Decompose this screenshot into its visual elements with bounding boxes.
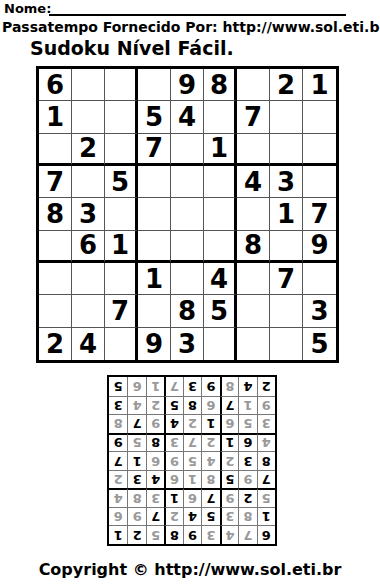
puzzle-cell-empty[interactable] — [138, 69, 171, 101]
solution-cell-given: 7 — [109, 451, 127, 470]
solution-cell-given: 4 — [183, 507, 201, 526]
puzzle-cell-given: 3 — [171, 328, 204, 360]
solution-cell-given: 3 — [109, 396, 127, 415]
solution-cell-given: 6 — [238, 433, 256, 452]
puzzle-cell-given: 2 — [72, 134, 105, 166]
sudoku-solution-grid-rotated: 6743985211835427965297613847958164328324… — [107, 375, 277, 546]
solution-cell-solved: 6 — [201, 396, 219, 415]
puzzle-cell-empty[interactable] — [72, 295, 105, 327]
puzzle-cell-empty[interactable] — [303, 101, 336, 133]
puzzle-cell-given: 6 — [72, 231, 105, 263]
solution-cell-solved: 6 — [127, 377, 145, 396]
solution-cell-given: 7 — [257, 470, 275, 489]
puzzle-cell-empty[interactable] — [72, 166, 105, 198]
solution-cell-given: 3 — [127, 470, 145, 489]
solution-cell-solved: 6 — [109, 507, 127, 526]
solution-cell-solved: 1 — [183, 470, 201, 489]
puzzle-cell-empty[interactable] — [171, 198, 204, 230]
solution-cell-solved: 2 — [201, 433, 219, 452]
solution-cell-given: 8 — [146, 433, 164, 452]
solution-cell-solved: 9 — [127, 507, 145, 526]
puzzle-cell-empty[interactable] — [270, 134, 303, 166]
solution-cell-given: 3 — [183, 377, 201, 396]
puzzle-cell-given: 5 — [303, 328, 336, 360]
solution-cell-solved: 1 — [146, 377, 164, 396]
solution-cell-given: 7 — [220, 396, 238, 415]
puzzle-cell-given: 7 — [270, 263, 303, 295]
solution-cell-solved: 9 — [146, 414, 164, 433]
puzzle-cell-empty[interactable] — [138, 166, 171, 198]
puzzle-cell-empty[interactable] — [303, 134, 336, 166]
solution-cell-given: 9 — [183, 525, 201, 544]
solution-cell-solved: 2 — [220, 451, 238, 470]
puzzle-cell-empty[interactable] — [171, 231, 204, 263]
solution-cell-given: 9 — [201, 377, 219, 396]
puzzle-cell-empty[interactable] — [39, 231, 72, 263]
puzzle-cell-given: 3 — [270, 166, 303, 198]
solution-cell-given: 9 — [109, 433, 127, 452]
puzzle-cell-empty[interactable] — [105, 134, 138, 166]
solution-cell-solved: 7 — [183, 433, 201, 452]
puzzle-cell-given: 7 — [237, 101, 270, 133]
solution-cell-solved: 3 — [201, 525, 219, 544]
name-blank-line — [49, 14, 346, 16]
puzzle-cell-given: 4 — [204, 263, 237, 295]
puzzle-cell-empty[interactable] — [237, 69, 270, 101]
puzzle-cell-given: 7 — [303, 198, 336, 230]
solution-cell-given: 2 — [127, 525, 145, 544]
solution-cell-given: 1 — [257, 507, 275, 526]
puzzle-cell-empty[interactable] — [105, 101, 138, 133]
solution-cell-given: 4 — [146, 470, 164, 489]
puzzle-cell-given: 7 — [138, 134, 171, 166]
solution-cell-given: 8 — [164, 525, 182, 544]
solution-cell-solved: 4 — [220, 525, 238, 544]
page-title: Sudoku Nível Fácil. — [30, 37, 234, 59]
puzzle-cell-given: 1 — [204, 134, 237, 166]
puzzle-cell-empty[interactable] — [237, 295, 270, 327]
solution-cell-given: 8 — [183, 396, 201, 415]
puzzle-cell-given: 2 — [39, 328, 72, 360]
puzzle-cell-given: 9 — [171, 69, 204, 101]
puzzle-cell-empty[interactable] — [39, 263, 72, 295]
solution-cell-solved: 2 — [146, 396, 164, 415]
solution-cell-solved: 3 — [257, 414, 275, 433]
solution-cell-solved: 3 — [220, 507, 238, 526]
solution-cell-solved: 7 — [164, 377, 182, 396]
puzzle-cell-given: 8 — [39, 198, 72, 230]
solution-cell-solved: 8 — [201, 470, 219, 489]
puzzle-cell-given: 1 — [138, 263, 171, 295]
puzzle-cell-empty[interactable] — [72, 263, 105, 295]
puzzle-cell-empty[interactable] — [204, 166, 237, 198]
solution-cell-solved: 6 — [146, 451, 164, 470]
puzzle-cell-given: 5 — [138, 101, 171, 133]
puzzle-cell-empty[interactable] — [105, 328, 138, 360]
solution-cell-solved: 4 — [109, 488, 127, 507]
sudoku-puzzle-grid: 698211547271754383176189147785324935 — [36, 66, 339, 363]
solution-cell-given: 2 — [238, 488, 256, 507]
puzzle-cell-empty[interactable] — [204, 328, 237, 360]
solution-cell-solved: 4 — [127, 396, 145, 415]
puzzle-cell-empty[interactable] — [171, 166, 204, 198]
solution-cell-given: 5 — [201, 507, 219, 526]
puzzle-cell-given: 1 — [303, 69, 336, 101]
solution-cell-solved: 7 — [238, 525, 256, 544]
puzzle-cell-given: 9 — [138, 328, 171, 360]
solution-cell-solved: 5 — [257, 488, 275, 507]
solution-cell-solved: 8 — [109, 414, 127, 433]
puzzle-cell-empty[interactable] — [303, 166, 336, 198]
solution-cell-solved: 9 — [257, 396, 275, 415]
solution-cell-solved: 8 — [220, 377, 238, 396]
puzzle-cell-empty[interactable] — [237, 263, 270, 295]
puzzle-cell-given: 3 — [303, 295, 336, 327]
puzzle-cell-empty[interactable] — [138, 198, 171, 230]
solution-cell-given: 5 — [109, 377, 127, 396]
puzzle-cell-empty[interactable] — [270, 328, 303, 360]
solution-cell-solved: 2 — [164, 507, 182, 526]
solution-cell-solved: 5 — [183, 451, 201, 470]
puzzle-cell-empty[interactable] — [270, 231, 303, 263]
solution-cell-given: 7 — [201, 488, 219, 507]
puzzle-cell-empty[interactable] — [204, 198, 237, 230]
puzzle-cell-empty[interactable] — [138, 231, 171, 263]
solution-cell-solved: 8 — [238, 507, 256, 526]
solution-cell-given: 4 — [238, 377, 256, 396]
name-label: Nome: — [4, 1, 51, 16]
puzzle-cell-given: 1 — [105, 231, 138, 263]
puzzle-cell-empty[interactable] — [237, 328, 270, 360]
copyright-text: Copyright © http://www.sol.eti.br — [0, 560, 380, 579]
solution-cell-given: 1 — [201, 414, 219, 433]
solution-cell-solved: 1 — [238, 396, 256, 415]
solution-cell-solved: 4 — [257, 433, 275, 452]
solution-cell-given: 6 — [257, 525, 275, 544]
puzzle-cell-given: 7 — [39, 166, 72, 198]
solution-cell-given: 1 — [164, 488, 182, 507]
solution-cell-solved: 5 — [146, 525, 164, 544]
puzzle-cell-empty[interactable] — [39, 134, 72, 166]
puzzle-cell-empty[interactable] — [138, 295, 171, 327]
solution-cell-given: 2 — [257, 377, 275, 396]
solution-cell-given: 1 — [220, 433, 238, 452]
solution-cell-given: 5 — [164, 396, 182, 415]
puzzle-cell-empty[interactable] — [237, 134, 270, 166]
solution-cell-given: 1 — [127, 451, 145, 470]
solution-cell-given: 1 — [109, 525, 127, 544]
solution-cell-solved: 2 — [109, 470, 127, 489]
puzzle-cell-empty[interactable] — [270, 295, 303, 327]
puzzle-cell-given: 5 — [204, 295, 237, 327]
solution-cell-solved: 5 — [238, 414, 256, 433]
solution-cell-given: 5 — [220, 470, 238, 489]
solution-cell-given: 8 — [257, 451, 275, 470]
solution-cell-solved: 9 — [238, 470, 256, 489]
puzzle-cell-empty[interactable] — [237, 198, 270, 230]
sudoku-worksheet-page: Nome: Passatempo Fornecido Por: http://w… — [0, 0, 380, 585]
puzzle-cell-empty[interactable] — [171, 134, 204, 166]
puzzle-cell-empty[interactable] — [39, 295, 72, 327]
solution-cell-solved: 6 — [183, 488, 201, 507]
puzzle-cell-empty[interactable] — [204, 231, 237, 263]
puzzle-cell-given: 8 — [237, 231, 270, 263]
solution-cell-solved: 9 — [164, 451, 182, 470]
puzzle-cell-given: 2 — [270, 69, 303, 101]
solution-cell-given: 4 — [164, 414, 182, 433]
puzzle-cell-empty[interactable] — [105, 198, 138, 230]
puzzle-cell-given: 1 — [270, 198, 303, 230]
puzzle-cell-given: 1 — [39, 101, 72, 133]
solution-cell-solved: 6 — [220, 414, 238, 433]
puzzle-cell-given: 8 — [171, 295, 204, 327]
solution-cell-solved: 8 — [127, 488, 145, 507]
puzzle-cell-empty[interactable] — [171, 263, 204, 295]
solution-cell-solved: 5 — [127, 433, 145, 452]
puzzle-cell-empty[interactable] — [270, 101, 303, 133]
puzzle-cell-given: 4 — [72, 328, 105, 360]
puzzle-cell-given: 4 — [171, 101, 204, 133]
solution-cell-solved: 3 — [146, 488, 164, 507]
puzzle-cell-given: 9 — [303, 231, 336, 263]
solution-cell-given: 7 — [127, 414, 145, 433]
provider-text: Passatempo Fornecido Por: http://www.sol… — [2, 19, 380, 35]
puzzle-cell-given: 6 — [39, 69, 72, 101]
puzzle-cell-empty[interactable] — [72, 101, 105, 133]
puzzle-cell-given: 3 — [72, 198, 105, 230]
puzzle-cell-given: 4 — [237, 166, 270, 198]
puzzle-cell-given: 5 — [105, 166, 138, 198]
solution-cell-given: 7 — [146, 507, 164, 526]
puzzle-cell-empty[interactable] — [105, 69, 138, 101]
solution-cell-given: 3 — [238, 451, 256, 470]
puzzle-cell-given: 8 — [204, 69, 237, 101]
puzzle-cell-empty[interactable] — [105, 263, 138, 295]
puzzle-cell-given: 7 — [105, 295, 138, 327]
solution-cell-solved: 2 — [183, 414, 201, 433]
solution-cell-solved: 4 — [201, 451, 219, 470]
solution-cell-solved: 3 — [164, 433, 182, 452]
puzzle-cell-empty[interactable] — [303, 263, 336, 295]
solution-cell-solved: 6 — [164, 470, 182, 489]
puzzle-cell-empty[interactable] — [204, 101, 237, 133]
solution-cell-solved: 9 — [220, 488, 238, 507]
puzzle-cell-empty[interactable] — [72, 69, 105, 101]
